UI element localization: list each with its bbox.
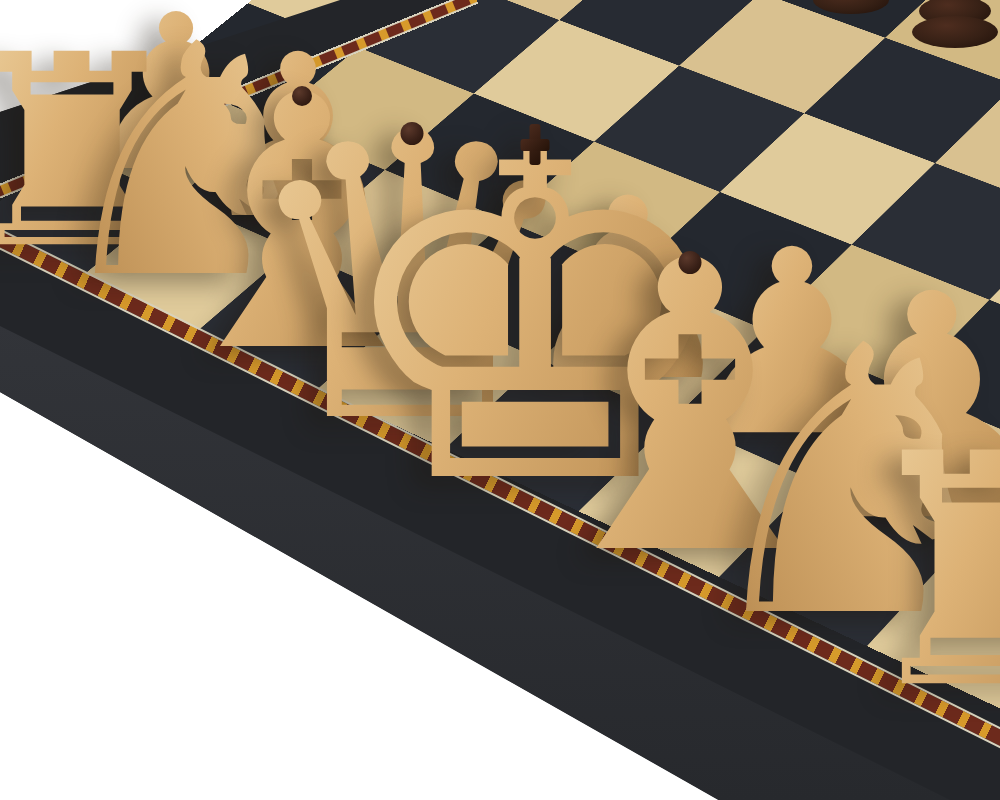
chess-set-photo: ♟♟♜♞♝♟♛♟♚♟♝♞♜ — [0, 0, 1000, 800]
black-piece-base[interactable] — [813, 0, 903, 54]
black-piece-base-large[interactable] — [912, 0, 1000, 52]
white-rook-h1[interactable]: ♜ — [832, 412, 1000, 732]
pieces-layer: ♟♟♜♞♝♟♛♟♚♟♝♞♜ — [0, 0, 1000, 800]
black-wood-ring — [813, 0, 889, 14]
rook-icon: ♜ — [849, 412, 1000, 732]
black-wood-ring — [912, 16, 998, 48]
king-cross-icon — [521, 139, 550, 151]
